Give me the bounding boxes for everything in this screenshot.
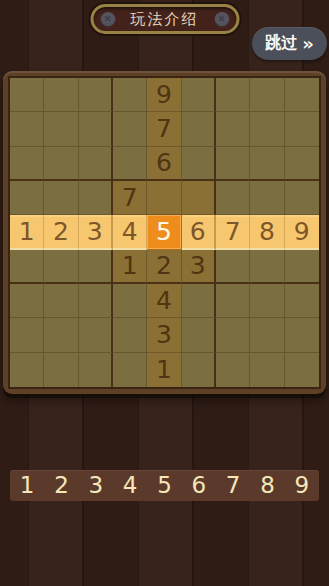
cell-r3c4[interactable] (113, 147, 147, 181)
sudoku-grid: 9767123456789123431 (8, 76, 321, 389)
cell-r5c1[interactable]: 1 (10, 215, 44, 249)
cell-digit: 7 (225, 219, 241, 244)
cell-digit: 4 (122, 219, 138, 244)
number-pad: 123456789 (10, 470, 319, 501)
tutorial-title-banner: ✕ 玩法介绍 ✕ (90, 4, 239, 34)
pad-number-4[interactable]: 4 (113, 470, 147, 501)
cell-r6c1[interactable] (10, 250, 44, 284)
cell-r7c9[interactable] (285, 284, 319, 318)
cell-r4c5[interactable] (147, 181, 181, 215)
cell-digit: 4 (156, 288, 172, 313)
cell-r6c3[interactable] (79, 250, 113, 284)
cell-digit: 8 (259, 219, 275, 244)
cell-r3c5[interactable]: 6 (147, 147, 181, 181)
cell-r2c1[interactable] (10, 112, 44, 146)
cell-r8c6[interactable] (182, 318, 216, 352)
cell-r2c3[interactable] (79, 112, 113, 146)
cell-r6c2[interactable] (44, 250, 78, 284)
cell-digit: 3 (87, 219, 103, 244)
cell-r2c2[interactable] (44, 112, 78, 146)
cell-digit: 9 (294, 219, 310, 244)
cell-r2c4[interactable] (113, 112, 147, 146)
cell-r4c7[interactable] (216, 181, 250, 215)
banner-stud-left-icon: ✕ (100, 12, 115, 27)
cell-r4c8[interactable] (250, 181, 284, 215)
cell-r6c8[interactable] (250, 250, 284, 284)
pad-number-7[interactable]: 7 (216, 470, 250, 501)
cell-r7c6[interactable] (182, 284, 216, 318)
pad-number-5[interactable]: 5 (147, 470, 181, 501)
cell-digit: 1 (156, 357, 172, 382)
cell-digit: 1 (19, 219, 35, 244)
cell-r9c6[interactable] (182, 353, 216, 387)
cell-r7c1[interactable] (10, 284, 44, 318)
cell-r4c9[interactable] (285, 181, 319, 215)
cell-r3c3[interactable] (79, 147, 113, 181)
cell-r9c9[interactable] (285, 353, 319, 387)
cell-digit: 7 (122, 185, 138, 210)
double-chevron-right-icon: » (302, 35, 314, 53)
cell-r1c9[interactable] (285, 78, 319, 112)
cell-r7c8[interactable] (250, 284, 284, 318)
cell-digit: 3 (190, 253, 206, 278)
cell-r2c5[interactable]: 7 (147, 112, 181, 146)
cell-r7c3[interactable] (79, 284, 113, 318)
cell-r4c2[interactable] (44, 181, 78, 215)
cell-r2c9[interactable] (285, 112, 319, 146)
cell-r8c7[interactable] (216, 318, 250, 352)
cell-digit: 6 (190, 219, 206, 244)
cell-r3c7[interactable] (216, 147, 250, 181)
cell-r9c4[interactable] (113, 353, 147, 387)
cell-r6c9[interactable] (285, 250, 319, 284)
cell-r2c6[interactable] (182, 112, 216, 146)
cell-r1c6[interactable] (182, 78, 216, 112)
cell-digit: 5 (156, 219, 172, 244)
cell-digit: 9 (156, 82, 172, 107)
cell-r1c4[interactable] (113, 78, 147, 112)
cell-r5c7[interactable]: 7 (216, 215, 250, 249)
pad-number-1[interactable]: 1 (10, 470, 44, 501)
cell-r5c4[interactable]: 4 (113, 215, 147, 249)
cell-r3c2[interactable] (44, 147, 78, 181)
cell-r9c1[interactable] (10, 353, 44, 387)
pad-number-8[interactable]: 8 (250, 470, 284, 501)
cell-r7c2[interactable] (44, 284, 78, 318)
cell-r7c4[interactable] (113, 284, 147, 318)
cell-r8c5[interactable]: 3 (147, 318, 181, 352)
cell-r2c7[interactable] (216, 112, 250, 146)
cell-r8c1[interactable] (10, 318, 44, 352)
cell-r1c7[interactable] (216, 78, 250, 112)
cell-r9c3[interactable] (79, 353, 113, 387)
cell-r1c8[interactable] (250, 78, 284, 112)
pad-number-2[interactable]: 2 (44, 470, 78, 501)
cell-r1c3[interactable] (79, 78, 113, 112)
cell-r6c4[interactable]: 1 (113, 250, 147, 284)
cell-r6c5[interactable]: 2 (147, 250, 181, 284)
cell-digit: 6 (156, 150, 172, 175)
banner-stud-right-icon: ✕ (214, 12, 229, 27)
cell-r3c6[interactable] (182, 147, 216, 181)
pad-number-9[interactable]: 9 (285, 470, 319, 501)
cell-r5c6[interactable]: 6 (182, 215, 216, 249)
cell-r9c5[interactable]: 1 (147, 353, 181, 387)
pad-number-3[interactable]: 3 (79, 470, 113, 501)
sudoku-board-frame: 9767123456789123431 (3, 71, 326, 394)
cell-r3c8[interactable] (250, 147, 284, 181)
cell-r4c3[interactable] (79, 181, 113, 215)
cell-r7c7[interactable] (216, 284, 250, 318)
cell-r5c9[interactable]: 9 (285, 215, 319, 249)
cell-r7c5[interactable]: 4 (147, 284, 181, 318)
cell-r6c6[interactable]: 3 (182, 250, 216, 284)
cell-r2c8[interactable] (250, 112, 284, 146)
cell-r8c2[interactable] (44, 318, 78, 352)
skip-button-label: 跳过 (265, 33, 297, 54)
cell-r4c1[interactable] (10, 181, 44, 215)
cell-r1c5[interactable]: 9 (147, 78, 181, 112)
cell-r8c3[interactable] (79, 318, 113, 352)
cell-r3c1[interactable] (10, 147, 44, 181)
cell-r3c9[interactable] (285, 147, 319, 181)
pad-number-6[interactable]: 6 (182, 470, 216, 501)
cell-digit: 2 (156, 253, 172, 278)
cell-r1c1[interactable] (10, 78, 44, 112)
cell-r1c2[interactable] (44, 78, 78, 112)
cell-r4c6[interactable] (182, 181, 216, 215)
cell-r8c9[interactable] (285, 318, 319, 352)
cell-r5c3[interactable]: 3 (79, 215, 113, 249)
cell-r9c2[interactable] (44, 353, 78, 387)
cell-r4c4[interactable]: 7 (113, 181, 147, 215)
cell-digit: 2 (53, 219, 69, 244)
cell-r5c8[interactable]: 8 (250, 215, 284, 249)
cell-r5c5[interactable]: 5 (147, 215, 181, 249)
cell-r8c4[interactable] (113, 318, 147, 352)
page-title: 玩法介绍 (131, 10, 199, 29)
cell-r5c2[interactable]: 2 (44, 215, 78, 249)
cell-digit: 1 (122, 253, 138, 278)
cell-r9c8[interactable] (250, 353, 284, 387)
cell-r8c8[interactable] (250, 318, 284, 352)
cell-r9c7[interactable] (216, 353, 250, 387)
skip-button[interactable]: 跳过 » (252, 27, 327, 60)
cell-r6c7[interactable] (216, 250, 250, 284)
cell-digit: 3 (156, 322, 172, 347)
cell-digit: 7 (156, 116, 172, 141)
